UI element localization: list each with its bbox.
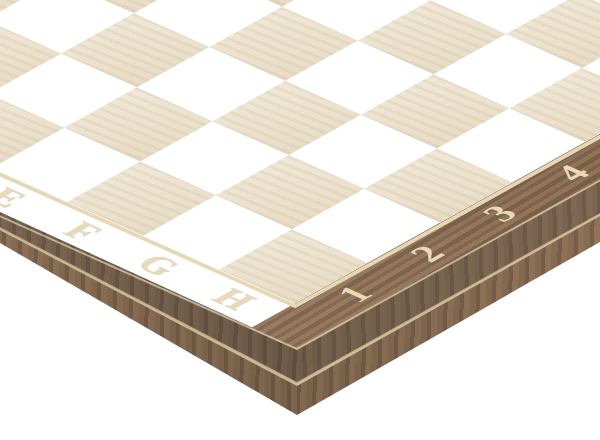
chessboard[interactable]: EFGH4321 (0, 0, 600, 350)
chessboard-photo: EFGH4321 (0, 0, 600, 440)
file-label-f: F (56, 218, 109, 245)
